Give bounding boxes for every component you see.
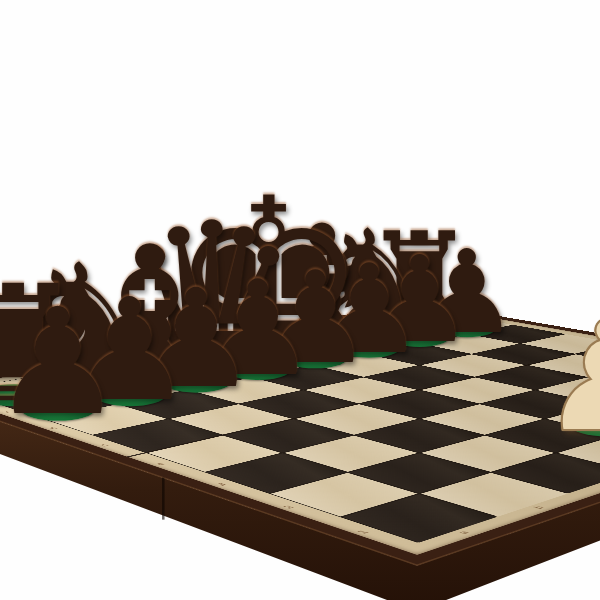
chess-piece-black-pawn: ♟ (0, 290, 124, 437)
pieces-layer: ♜♞♝♛♚♝♞♜♟♟♟♟♟♟♟♟♟ (0, 0, 600, 600)
chess-piece-white-pawn: ♟ (539, 300, 600, 453)
